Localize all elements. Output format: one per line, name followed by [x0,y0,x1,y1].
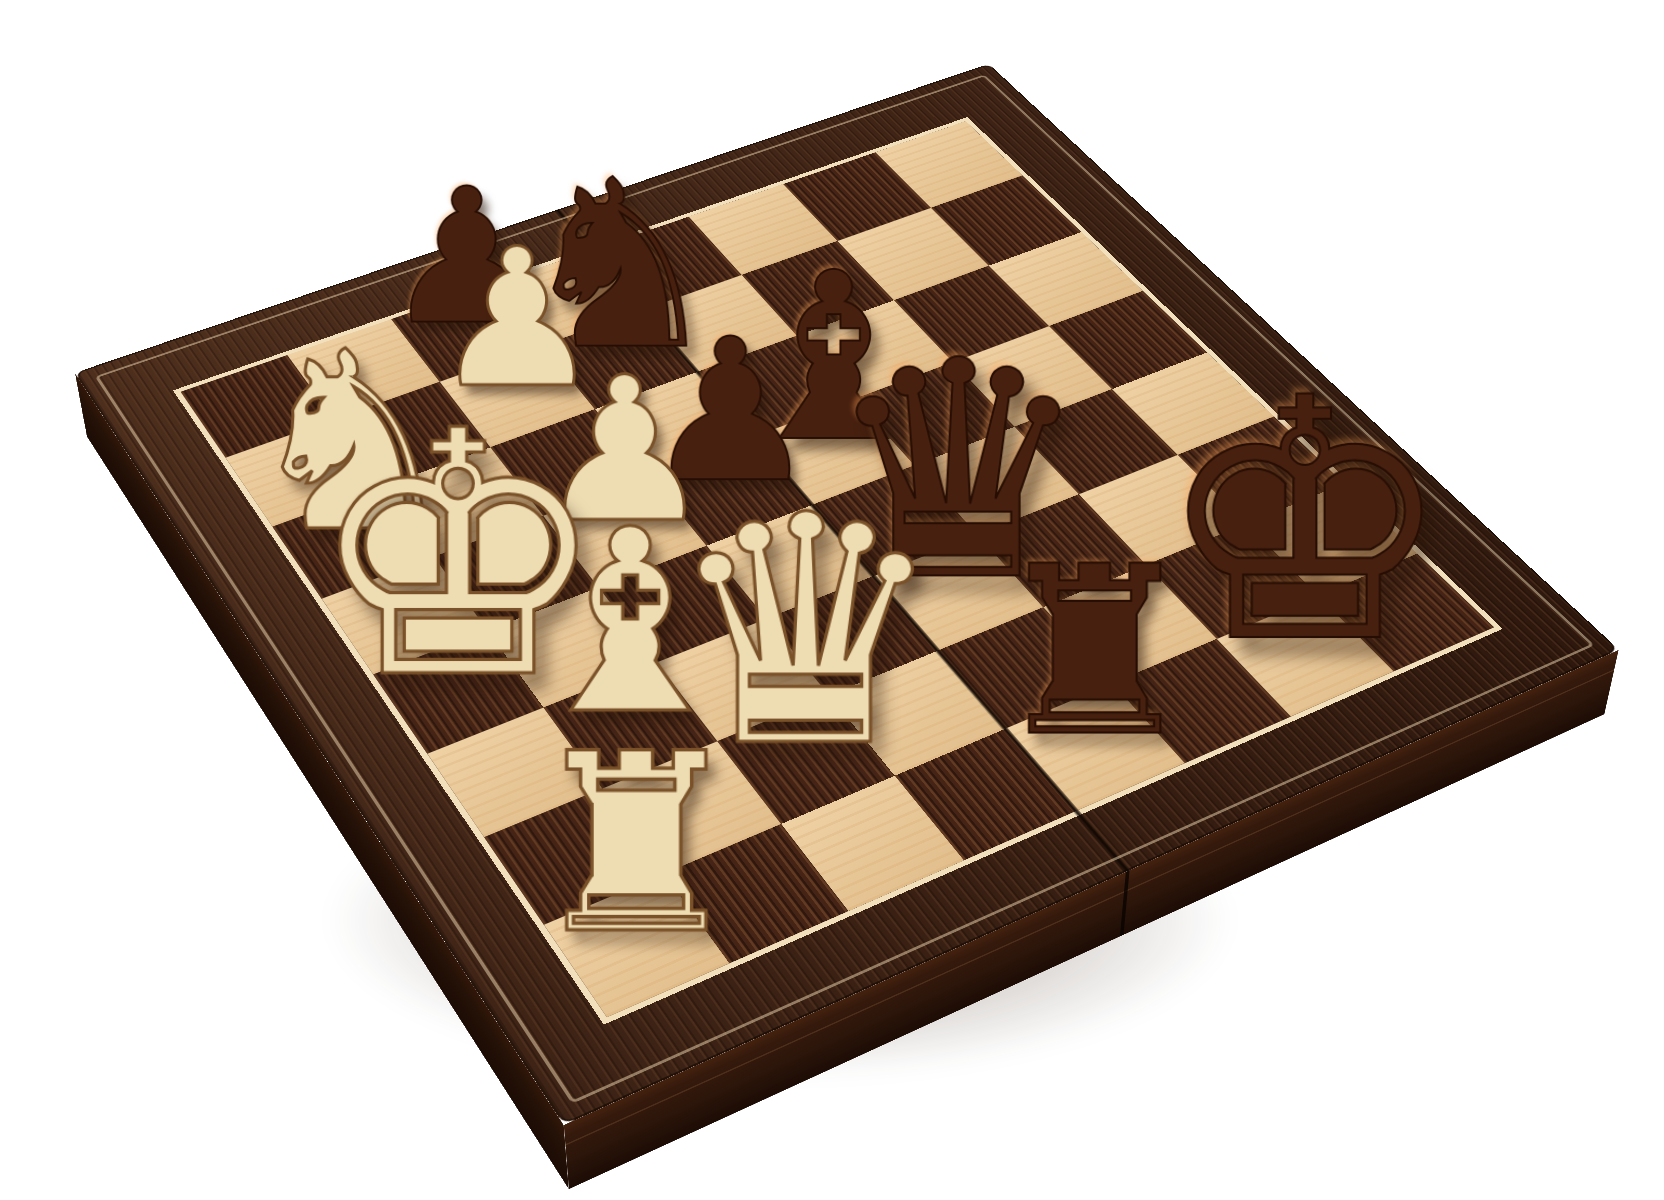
product-photo: ♟♟♞♞♟♟♝♚♝♛♛♜♜♚ [0,0,1664,1200]
white-rook-h1[interactable]: ♜ [389,722,883,969]
square-h1[interactable]: ♜ [544,874,730,1017]
